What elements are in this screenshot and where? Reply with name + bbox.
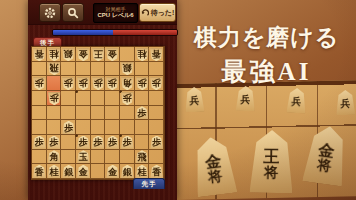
- shogi-piece[interactable]: 桂: [136, 165, 149, 178]
- board-cell[interactable]: 歩: [149, 135, 164, 150]
- board-cell[interactable]: 歩: [32, 76, 47, 91]
- undo-hand-icon: [141, 9, 149, 17]
- top-bar: 対局相手 CPU レベル6 待った!: [28, 0, 177, 25]
- eval-gote-segment: [113, 30, 177, 35]
- board-cell[interactable]: [91, 120, 106, 135]
- shogi-piece[interactable]: 歩: [48, 136, 61, 149]
- board-cell[interactable]: 銀: [61, 47, 76, 62]
- board-cell[interactable]: 歩: [76, 76, 91, 91]
- hint-button[interactable]: [62, 3, 84, 22]
- shogi-piece[interactable]: 歩: [150, 136, 163, 149]
- game-panel: 対局相手 CPU レベル6 待った! 後手 香桂銀金王金桂香飛銀歩歩歩歩歩角歩歩…: [28, 0, 177, 200]
- board-cell[interactable]: 金: [105, 164, 120, 179]
- board-cell[interactable]: 歩: [105, 135, 120, 150]
- opponent-value: CPU レベル6: [97, 12, 133, 19]
- shogi-piece[interactable]: 香: [33, 48, 46, 61]
- shogi-board[interactable]: 香桂銀金王金桂香飛銀歩歩歩歩歩角歩歩歩歩歩歩歩歩歩歩歩歩歩角玉飛香桂銀金金銀桂香: [31, 46, 165, 180]
- shogi-piece[interactable]: 歩: [62, 121, 75, 134]
- shogi-piece[interactable]: 歩: [77, 77, 90, 90]
- shogi-piece[interactable]: 歩: [92, 77, 105, 90]
- board-cell[interactable]: [105, 120, 120, 135]
- board-cell[interactable]: 歩: [47, 135, 62, 150]
- board-cell[interactable]: [149, 150, 164, 165]
- shogi-piece[interactable]: 歩: [33, 136, 46, 149]
- board-cell[interactable]: 歩: [61, 76, 76, 91]
- board-cell[interactable]: 歩: [105, 76, 120, 91]
- shogi-piece[interactable]: 玉: [77, 150, 90, 163]
- board-cell[interactable]: [61, 135, 76, 150]
- board-cell[interactable]: [76, 91, 91, 106]
- board-cell[interactable]: 金: [76, 47, 91, 62]
- shogi-piece[interactable]: 香: [150, 165, 163, 178]
- gear-icon: [44, 7, 56, 19]
- board-cell[interactable]: 銀: [120, 62, 135, 77]
- undo-button-label: 待った!: [151, 8, 175, 18]
- board-cell[interactable]: 歩: [61, 120, 76, 135]
- board-cell[interactable]: [91, 164, 106, 179]
- promo-headline-line2: 最強AI: [177, 55, 356, 88]
- board-cell[interactable]: [61, 150, 76, 165]
- shogi-piece[interactable]: 歩: [33, 77, 46, 90]
- board-cell[interactable]: 桂: [47, 164, 62, 179]
- board-cell[interactable]: [135, 120, 150, 135]
- board-cell[interactable]: [32, 120, 47, 135]
- board-cell[interactable]: 歩: [91, 76, 106, 91]
- shogi-piece[interactable]: 歩: [77, 136, 90, 149]
- board-cell[interactable]: [135, 135, 150, 150]
- board-cell[interactable]: [105, 150, 120, 165]
- screenshot: 棋力を磨ける 最強AI 兵兵兵兵金将王将金将 対局相手 CPU: [0, 0, 356, 200]
- board-cell[interactable]: 飛: [135, 150, 150, 165]
- board-cell[interactable]: [91, 62, 106, 77]
- board-cell[interactable]: [105, 62, 120, 77]
- shogi-piece[interactable]: 香: [33, 165, 46, 178]
- board-cell[interactable]: 香: [149, 164, 164, 179]
- board-cell[interactable]: [149, 91, 164, 106]
- shogi-piece[interactable]: 金: [77, 165, 90, 178]
- board-cell[interactable]: 歩: [135, 106, 150, 121]
- board-cell[interactable]: 桂: [135, 47, 150, 62]
- board-cell[interactable]: 金: [105, 47, 120, 62]
- board-cell[interactable]: [32, 62, 47, 77]
- board-cell[interactable]: [105, 106, 120, 121]
- shogi-piece[interactable]: 角: [48, 150, 61, 163]
- board-cell[interactable]: 角: [47, 150, 62, 165]
- board-cell[interactable]: [120, 47, 135, 62]
- shogi-piece[interactable]: 飛: [48, 62, 61, 75]
- board-cell[interactable]: 金: [76, 164, 91, 179]
- shogi-piece[interactable]: 金: [106, 48, 119, 61]
- shogi-piece[interactable]: 飛: [136, 150, 149, 163]
- board-cell[interactable]: [32, 150, 47, 165]
- board-cell[interactable]: 歩: [91, 135, 106, 150]
- promo-headline: 棋力を磨ける 最強AI: [177, 22, 356, 88]
- board-cell[interactable]: [76, 120, 91, 135]
- eval-sente-segment: [53, 30, 113, 35]
- shogi-piece[interactable]: 桂: [136, 48, 149, 61]
- board-cell[interactable]: [76, 106, 91, 121]
- board-cell[interactable]: 王: [91, 47, 106, 62]
- board-cell[interactable]: [32, 91, 47, 106]
- shogi-piece[interactable]: 銀: [121, 165, 134, 178]
- board-cell[interactable]: 歩: [47, 91, 62, 106]
- board-cell[interactable]: [61, 91, 76, 106]
- board-cell[interactable]: [61, 62, 76, 77]
- board-cell[interactable]: [61, 106, 76, 121]
- shogi-piece[interactable]: 歩: [136, 106, 149, 119]
- board-cell[interactable]: [149, 62, 164, 77]
- shogi-piece[interactable]: 歩: [121, 92, 134, 105]
- shogi-piece[interactable]: 歩: [62, 77, 75, 90]
- board-cell[interactable]: 香: [32, 164, 47, 179]
- shogi-piece[interactable]: 銀: [62, 48, 75, 61]
- board-cell[interactable]: [149, 106, 164, 121]
- shogi-piece[interactable]: 角: [121, 77, 134, 90]
- shogi-piece[interactable]: 歩: [136, 77, 149, 90]
- promo-headline-line1: 棋力を磨ける: [177, 22, 356, 53]
- board-cell[interactable]: 玉: [76, 150, 91, 165]
- settings-button[interactable]: [39, 3, 61, 22]
- board-cell[interactable]: 歩: [149, 76, 164, 91]
- board-cell[interactable]: [47, 120, 62, 135]
- shogi-piece[interactable]: 歩: [106, 77, 119, 90]
- board-cell[interactable]: 歩: [120, 91, 135, 106]
- board-cell[interactable]: 歩: [135, 76, 150, 91]
- board-cell[interactable]: [120, 120, 135, 135]
- board-cell[interactable]: 桂: [135, 164, 150, 179]
- opponent-info: 対局相手 CPU レベル6: [93, 3, 138, 23]
- magnifier-icon: [67, 7, 79, 19]
- sente-tab: 先手: [133, 178, 165, 189]
- shogi-piece[interactable]: 歩: [48, 92, 61, 105]
- board-cell[interactable]: 桂: [47, 47, 62, 62]
- board-cell[interactable]: [91, 150, 106, 165]
- board-cell[interactable]: 香: [32, 47, 47, 62]
- board-cell[interactable]: [149, 120, 164, 135]
- board-cell[interactable]: [91, 106, 106, 121]
- shogi-piece[interactable]: 歩: [106, 136, 119, 149]
- board-cell[interactable]: 角: [120, 76, 135, 91]
- shogi-piece[interactable]: 香: [150, 48, 163, 61]
- undo-button[interactable]: 待った!: [139, 3, 176, 22]
- shogi-piece[interactable]: 歩: [121, 136, 134, 149]
- board-cell[interactable]: 銀: [120, 164, 135, 179]
- board-cell[interactable]: [120, 150, 135, 165]
- board-cell[interactable]: [91, 91, 106, 106]
- board-cell[interactable]: [47, 76, 62, 91]
- evaluation-bar: [52, 29, 178, 36]
- board-cell[interactable]: [105, 91, 120, 106]
- board-cell[interactable]: 飛: [47, 62, 62, 77]
- shogi-piece[interactable]: 金: [77, 48, 90, 61]
- shogi-piece[interactable]: 歩: [150, 77, 163, 90]
- board-cell[interactable]: [135, 62, 150, 77]
- shogi-piece[interactable]: 銀: [121, 62, 134, 75]
- shogi-piece[interactable]: 王: [92, 48, 105, 61]
- shogi-piece[interactable]: 歩: [92, 136, 105, 149]
- shogi-piece[interactable]: 銀: [62, 165, 75, 178]
- board-cell[interactable]: [120, 106, 135, 121]
- board-cell[interactable]: [76, 62, 91, 77]
- shogi-piece[interactable]: 桂: [48, 165, 61, 178]
- board-cell[interactable]: 香: [149, 47, 164, 62]
- board-cell[interactable]: 銀: [61, 164, 76, 179]
- board-cell[interactable]: 歩: [32, 135, 47, 150]
- shogi-piece[interactable]: 桂: [48, 48, 61, 61]
- board-cell[interactable]: [135, 91, 150, 106]
- shogi-piece[interactable]: 金: [106, 165, 119, 178]
- board-cell[interactable]: [47, 106, 62, 121]
- board-cell[interactable]: 歩: [120, 135, 135, 150]
- board-cell[interactable]: 歩: [76, 135, 91, 150]
- board-cell[interactable]: [32, 106, 47, 121]
